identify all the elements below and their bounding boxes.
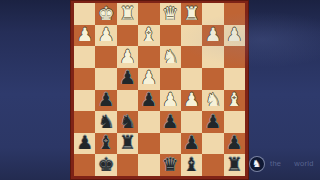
square-g4[interactable]	[95, 68, 116, 90]
square-f4[interactable]: ♟	[117, 68, 138, 90]
piece-bR: ♜	[226, 155, 243, 174]
piece-bN: ♞	[119, 112, 136, 131]
square-h6[interactable]	[74, 111, 95, 133]
square-g1[interactable]: ♚	[95, 3, 116, 25]
square-d2[interactable]	[160, 25, 181, 47]
piece-bK: ♚	[98, 155, 115, 174]
square-h2[interactable]: ♟	[74, 25, 95, 47]
piece-wB: ♝	[141, 26, 158, 45]
square-b1[interactable]	[202, 3, 223, 25]
piece-wB: ♝	[226, 91, 243, 110]
piece-wP: ♟	[162, 91, 179, 110]
watermark-text-the: the	[270, 159, 281, 168]
square-e5[interactable]: ♟	[138, 90, 159, 112]
piece-wK: ♚	[98, 4, 115, 23]
chess-board-frame: ♚♜♛♜♟♟♝♟♟♟♞♟♟♟♟♟♟♞♝♞♞♟♟♟♝♜♟♟♚♛♝♜	[70, 0, 249, 180]
square-d7[interactable]	[160, 133, 181, 155]
piece-bP: ♟	[183, 134, 200, 153]
piece-bP: ♟	[226, 134, 243, 153]
piece-wP: ♟	[183, 91, 200, 110]
square-h3[interactable]	[74, 46, 95, 68]
square-e3[interactable]	[138, 46, 159, 68]
piece-bB: ♝	[98, 134, 115, 153]
square-b8[interactable]	[202, 154, 223, 176]
watermark-logo-circle: ♞	[249, 156, 265, 172]
piece-wQ: ♛	[162, 4, 179, 23]
square-b2[interactable]: ♟	[202, 25, 223, 47]
square-b4[interactable]	[202, 68, 223, 90]
square-d1[interactable]: ♛	[160, 3, 181, 25]
square-a5[interactable]: ♝	[224, 90, 245, 112]
square-g6[interactable]: ♞	[95, 111, 116, 133]
square-g5[interactable]: ♟	[95, 90, 116, 112]
piece-bR: ♜	[119, 134, 136, 153]
piece-wN: ♞	[205, 91, 222, 110]
square-f6[interactable]: ♞	[117, 111, 138, 133]
piece-bP: ♟	[162, 112, 179, 131]
square-b6[interactable]: ♟	[202, 111, 223, 133]
piece-bN: ♞	[98, 112, 115, 131]
knight-logo-icon: ♞	[252, 158, 261, 168]
piece-bP: ♟	[98, 91, 115, 110]
square-e7[interactable]	[138, 133, 159, 155]
square-d5[interactable]: ♟	[160, 90, 181, 112]
piece-bB: ♝	[183, 155, 200, 174]
square-g2[interactable]: ♟	[95, 25, 116, 47]
piece-wP: ♟	[205, 26, 222, 45]
square-a2[interactable]: ♟	[224, 25, 245, 47]
piece-wP: ♟	[226, 26, 243, 45]
square-e8[interactable]	[138, 154, 159, 176]
square-g3[interactable]	[95, 46, 116, 68]
square-h4[interactable]	[74, 68, 95, 90]
square-d6[interactable]: ♟	[160, 111, 181, 133]
square-f7[interactable]: ♜	[117, 133, 138, 155]
square-g7[interactable]: ♝	[95, 133, 116, 155]
square-a3[interactable]	[224, 46, 245, 68]
square-c1[interactable]: ♜	[181, 3, 202, 25]
square-d4[interactable]	[160, 68, 181, 90]
chess-board: ♚♜♛♜♟♟♝♟♟♟♞♟♟♟♟♟♟♞♝♞♞♟♟♟♝♜♟♟♚♛♝♜	[74, 3, 245, 176]
square-h5[interactable]	[74, 90, 95, 112]
square-g8[interactable]: ♚	[95, 154, 116, 176]
square-a4[interactable]	[224, 68, 245, 90]
square-c4[interactable]	[181, 68, 202, 90]
piece-wP: ♟	[119, 47, 136, 66]
square-h8[interactable]	[74, 154, 95, 176]
square-c3[interactable]	[181, 46, 202, 68]
square-f3[interactable]: ♟	[117, 46, 138, 68]
piece-wR: ♜	[183, 4, 200, 23]
square-a1[interactable]	[224, 3, 245, 25]
piece-bP: ♟	[141, 91, 158, 110]
square-c6[interactable]	[181, 111, 202, 133]
piece-wP: ♟	[141, 69, 158, 88]
square-c8[interactable]: ♝	[181, 154, 202, 176]
square-a8[interactable]: ♜	[224, 154, 245, 176]
piece-bP: ♟	[76, 134, 93, 153]
piece-wP: ♟	[98, 26, 115, 45]
piece-wN: ♞	[162, 47, 179, 66]
square-e2[interactable]: ♝	[138, 25, 159, 47]
piece-bP: ♟	[119, 69, 136, 88]
square-h1[interactable]	[74, 3, 95, 25]
square-f2[interactable]	[117, 25, 138, 47]
square-d3[interactable]: ♞	[160, 46, 181, 68]
piece-wR: ♜	[119, 4, 136, 23]
thechessworld-watermark: ♞ the world	[249, 155, 317, 172]
square-a6[interactable]	[224, 111, 245, 133]
square-d8[interactable]: ♛	[160, 154, 181, 176]
square-c5[interactable]: ♟	[181, 90, 202, 112]
square-c7[interactable]: ♟	[181, 133, 202, 155]
square-e4[interactable]: ♟	[138, 68, 159, 90]
screenshot-stage: ♚♜♛♜♟♟♝♟♟♟♞♟♟♟♟♟♟♞♝♞♞♟♟♟♝♜♟♟♚♛♝♜ ♞ the w…	[0, 0, 320, 180]
watermark-text-world: world	[294, 159, 313, 168]
square-f8[interactable]	[117, 154, 138, 176]
piece-bQ: ♛	[162, 155, 179, 174]
square-h7[interactable]: ♟	[74, 133, 95, 155]
square-f5[interactable]	[117, 90, 138, 112]
square-e1[interactable]	[138, 3, 159, 25]
square-b3[interactable]	[202, 46, 223, 68]
square-b7[interactable]	[202, 133, 223, 155]
square-e6[interactable]	[138, 111, 159, 133]
piece-wP: ♟	[76, 26, 93, 45]
square-c2[interactable]	[181, 25, 202, 47]
square-a7[interactable]: ♟	[224, 133, 245, 155]
square-f1[interactable]: ♜	[117, 3, 138, 25]
square-b5[interactable]: ♞	[202, 90, 223, 112]
piece-bP: ♟	[205, 112, 222, 131]
